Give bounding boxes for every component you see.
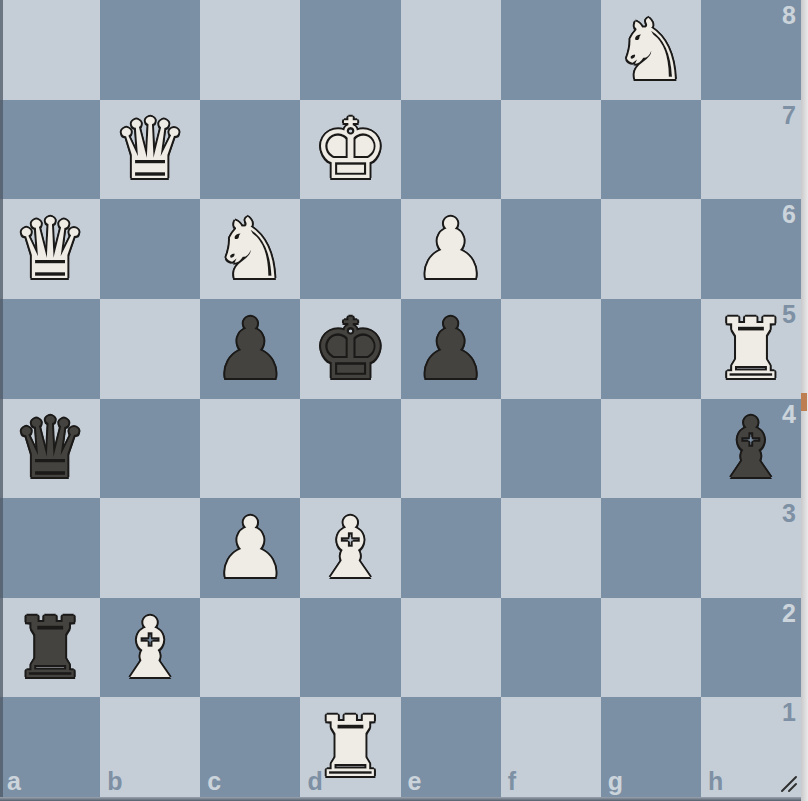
piece-black-bishop: ♝	[713, 406, 788, 490]
piece-black-pawn: ♟	[413, 307, 488, 391]
rank-label-7: 7	[782, 103, 796, 128]
square-a4[interactable]: ♛	[0, 399, 100, 499]
square-g1[interactable]: g	[601, 697, 701, 797]
square-g7[interactable]	[601, 100, 701, 200]
piece-white-rook: ♜	[313, 705, 388, 789]
square-d5[interactable]: ♚	[300, 299, 400, 399]
board-bottom-edge	[0, 797, 801, 801]
square-f8[interactable]	[501, 0, 601, 100]
piece-white-pawn: ♟	[413, 207, 488, 291]
square-c7[interactable]	[200, 100, 300, 200]
square-a8[interactable]	[0, 0, 100, 100]
square-c6[interactable]: ♞	[200, 199, 300, 299]
rank-label-4: 4	[782, 402, 796, 427]
square-e4[interactable]	[401, 399, 501, 499]
square-b6[interactable]	[100, 199, 200, 299]
file-label-a: a	[7, 769, 21, 794]
square-a2[interactable]: ♜	[0, 598, 100, 698]
piece-black-pawn: ♟	[213, 307, 288, 391]
square-c5[interactable]: ♟	[200, 299, 300, 399]
square-h7[interactable]: 7	[701, 100, 801, 200]
piece-white-queen: ♛	[113, 107, 188, 191]
piece-white-king: ♚	[313, 107, 388, 191]
square-h8[interactable]: 8	[701, 0, 801, 100]
square-a5[interactable]	[0, 299, 100, 399]
piece-white-queen: ♛	[12, 207, 87, 291]
square-b3[interactable]	[100, 498, 200, 598]
square-e8[interactable]	[401, 0, 501, 100]
rank-label-6: 6	[782, 202, 796, 227]
piece-white-bishop: ♝	[313, 506, 388, 590]
piece-white-pawn: ♟	[213, 506, 288, 590]
board-resize-icon[interactable]	[779, 774, 799, 794]
square-h6[interactable]: 6	[701, 199, 801, 299]
square-e7[interactable]	[401, 100, 501, 200]
square-d2[interactable]	[300, 598, 400, 698]
square-b7[interactable]: ♛	[100, 100, 200, 200]
square-e6[interactable]: ♟	[401, 199, 501, 299]
page-scrollbar[interactable]	[801, 0, 808, 801]
square-c4[interactable]	[200, 399, 300, 499]
square-f7[interactable]	[501, 100, 601, 200]
chess-board: ♞8♛♚7♛♞♟6♟♚♟♜5♛♝4♟♝3♜♝2abc♜defg1h	[0, 0, 801, 797]
square-b5[interactable]	[100, 299, 200, 399]
square-h5[interactable]: ♜5	[701, 299, 801, 399]
square-h4[interactable]: ♝4	[701, 399, 801, 499]
file-label-d: d	[307, 769, 322, 794]
file-label-e: e	[408, 769, 422, 794]
square-e1[interactable]: e	[401, 697, 501, 797]
square-d8[interactable]	[300, 0, 400, 100]
piece-black-queen: ♛	[12, 406, 87, 490]
scrollbar-thumb[interactable]	[801, 393, 807, 411]
square-h2[interactable]: 2	[701, 598, 801, 698]
square-c3[interactable]: ♟	[200, 498, 300, 598]
square-c2[interactable]	[200, 598, 300, 698]
square-h3[interactable]: 3	[701, 498, 801, 598]
square-g8[interactable]: ♞	[601, 0, 701, 100]
square-e5[interactable]: ♟	[401, 299, 501, 399]
rank-label-2: 2	[782, 601, 796, 626]
square-g6[interactable]	[601, 199, 701, 299]
square-d6[interactable]	[300, 199, 400, 299]
piece-black-king: ♚	[313, 307, 388, 391]
file-label-f: f	[508, 769, 516, 794]
square-a6[interactable]: ♛	[0, 199, 100, 299]
rank-label-8: 8	[782, 3, 796, 28]
piece-white-knight: ♞	[213, 207, 288, 291]
rank-label-5: 5	[782, 302, 796, 327]
square-d3[interactable]: ♝	[300, 498, 400, 598]
square-b1[interactable]: b	[100, 697, 200, 797]
square-f6[interactable]	[501, 199, 601, 299]
square-g4[interactable]	[601, 399, 701, 499]
square-b8[interactable]	[100, 0, 200, 100]
file-label-b: b	[107, 769, 122, 794]
piece-black-rook: ♜	[12, 606, 87, 690]
square-a1[interactable]: a	[0, 697, 100, 797]
piece-white-bishop: ♝	[113, 606, 188, 690]
file-label-c: c	[207, 769, 221, 794]
square-b2[interactable]: ♝	[100, 598, 200, 698]
square-c1[interactable]: c	[200, 697, 300, 797]
square-f4[interactable]	[501, 399, 601, 499]
rank-label-1: 1	[782, 700, 796, 725]
square-g2[interactable]	[601, 598, 701, 698]
square-a3[interactable]	[0, 498, 100, 598]
rank-label-3: 3	[782, 501, 796, 526]
square-a7[interactable]	[0, 100, 100, 200]
piece-white-knight: ♞	[613, 8, 688, 92]
piece-white-rook: ♜	[713, 307, 788, 391]
square-d7[interactable]: ♚	[300, 100, 400, 200]
file-label-h: h	[708, 769, 723, 794]
square-e2[interactable]	[401, 598, 501, 698]
file-label-g: g	[608, 769, 623, 794]
board-left-edge	[0, 0, 3, 797]
square-f1[interactable]: f	[501, 697, 601, 797]
square-c8[interactable]	[200, 0, 300, 100]
square-e3[interactable]	[401, 498, 501, 598]
square-b4[interactable]	[100, 399, 200, 499]
square-g5[interactable]	[601, 299, 701, 399]
square-f2[interactable]	[501, 598, 601, 698]
chess-board-screen: ♞8♛♚7♛♞♟6♟♚♟♜5♛♝4♟♝3♜♝2abc♜defg1h	[0, 0, 808, 801]
square-g3[interactable]	[601, 498, 701, 598]
square-d1[interactable]: ♜d	[300, 697, 400, 797]
square-f5[interactable]	[501, 299, 601, 399]
square-f3[interactable]	[501, 498, 601, 598]
square-d4[interactable]	[300, 399, 400, 499]
